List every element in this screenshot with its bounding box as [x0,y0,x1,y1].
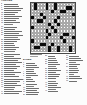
clue-text-smudge [48,91,59,92]
clue-line: 47 [45,90,64,92]
clue-text-smudge [4,18,20,19]
clue-text-smudge [4,79,24,80]
clue-text-smudge [4,58,22,59]
clue-line: 20 [23,93,42,95]
clue-text-smudge [69,58,81,59]
clue-text-smudge [4,35,24,36]
clue-text-smudge [48,64,61,65]
clue-text-smudge [26,94,39,95]
clue-text-smudge [4,66,21,67]
down-clue-list-1: 12345678910161720 [23,62,42,104]
clue-text-smudge [4,70,15,71]
clue-text-smudge [4,10,22,11]
clue-text-smudge [4,31,23,32]
clue-text-smudge [69,81,77,82]
clue-text-smudge [4,14,16,15]
clue-line: 63 [66,80,86,82]
down-clue-list-2: 2122262729313234373940434547 [45,55,64,98]
crossword-page: ACROSS 257111213141516181923242527282930… [0,0,87,105]
clue-text-smudge [4,37,18,38]
clue-text-smudge [69,68,78,69]
clue-text-smudge [48,89,56,90]
clue-text-smudge [4,93,20,94]
clue-text-smudge [69,66,77,67]
clue-text-smudge [69,70,79,71]
clue-text-smudge [4,81,21,82]
clue-text-smudge [4,91,23,92]
clue-text-smudge [4,27,18,28]
clue-text-smudge [26,75,39,76]
clue-text-smudge [4,68,18,69]
crossword-grid [30,2,76,54]
clue-text-smudge [4,12,19,13]
clue-text-smudge [48,68,58,69]
clue-text-smudge [69,64,80,65]
clue-number: 27 [1,34,4,36]
clue-text-smudge [26,69,34,70]
clue-text-smudge [4,16,23,17]
clue-text-smudge [48,58,56,59]
clue-text-smudge [4,87,16,88]
clue-text-smudge [26,63,36,64]
clue-text-smudge [4,41,18,42]
clue-text-smudge [48,85,58,86]
clue-text-smudge [4,85,22,86]
clue-text-smudge [69,60,83,61]
clue-text-smudge [4,54,21,55]
clue-text-smudge [4,43,15,44]
clue-text-smudge [26,67,40,68]
clue-number: 63 [1,86,4,88]
clue-text-smudge [4,29,16,30]
clue-text-smudge [48,66,56,67]
clue-text-smudge [48,56,56,57]
clue-text-smudge [48,62,59,63]
clue-text-smudge [4,4,19,5]
clue-text-smudge [4,60,19,61]
clue-text-smudge [26,90,38,91]
clue-text-smudge [4,62,23,63]
clue-text-smudge [48,60,58,61]
copyright-line [30,54,42,55]
clue-text-smudge [4,89,14,90]
clue-text-smudge [4,39,21,40]
clue-text-smudge [26,84,38,85]
clue-text-smudge [48,83,59,84]
clue-text-smudge [4,6,20,7]
clue-text-smudge [4,56,15,57]
clue-text-smudge [48,70,62,71]
clue-text-smudge [26,65,38,66]
clue-text-smudge [69,56,79,57]
clue-text-smudge [4,33,20,34]
clue-text-smudge [69,62,76,63]
clue-text-smudge [48,87,62,88]
clue-text-smudge [4,64,17,65]
grid-cell[interactable] [72,49,75,52]
clue-text-smudge [26,73,37,74]
clue-text-smudge [26,86,34,87]
clue-text-smudge [26,88,40,89]
clue-text-smudge [4,8,24,9]
clue-text-smudge [48,72,57,73]
clue-text-smudge [26,71,35,72]
copyright-line-2 [30,56,38,57]
clue-text-smudge [48,81,56,82]
clue-text-smudge [26,92,40,93]
clue-number: 3 [23,66,26,68]
clue-text-smudge [4,83,18,84]
clue-text-smudge [69,72,78,73]
down-clue-list-3: 50515254565760616263 [66,55,86,89]
